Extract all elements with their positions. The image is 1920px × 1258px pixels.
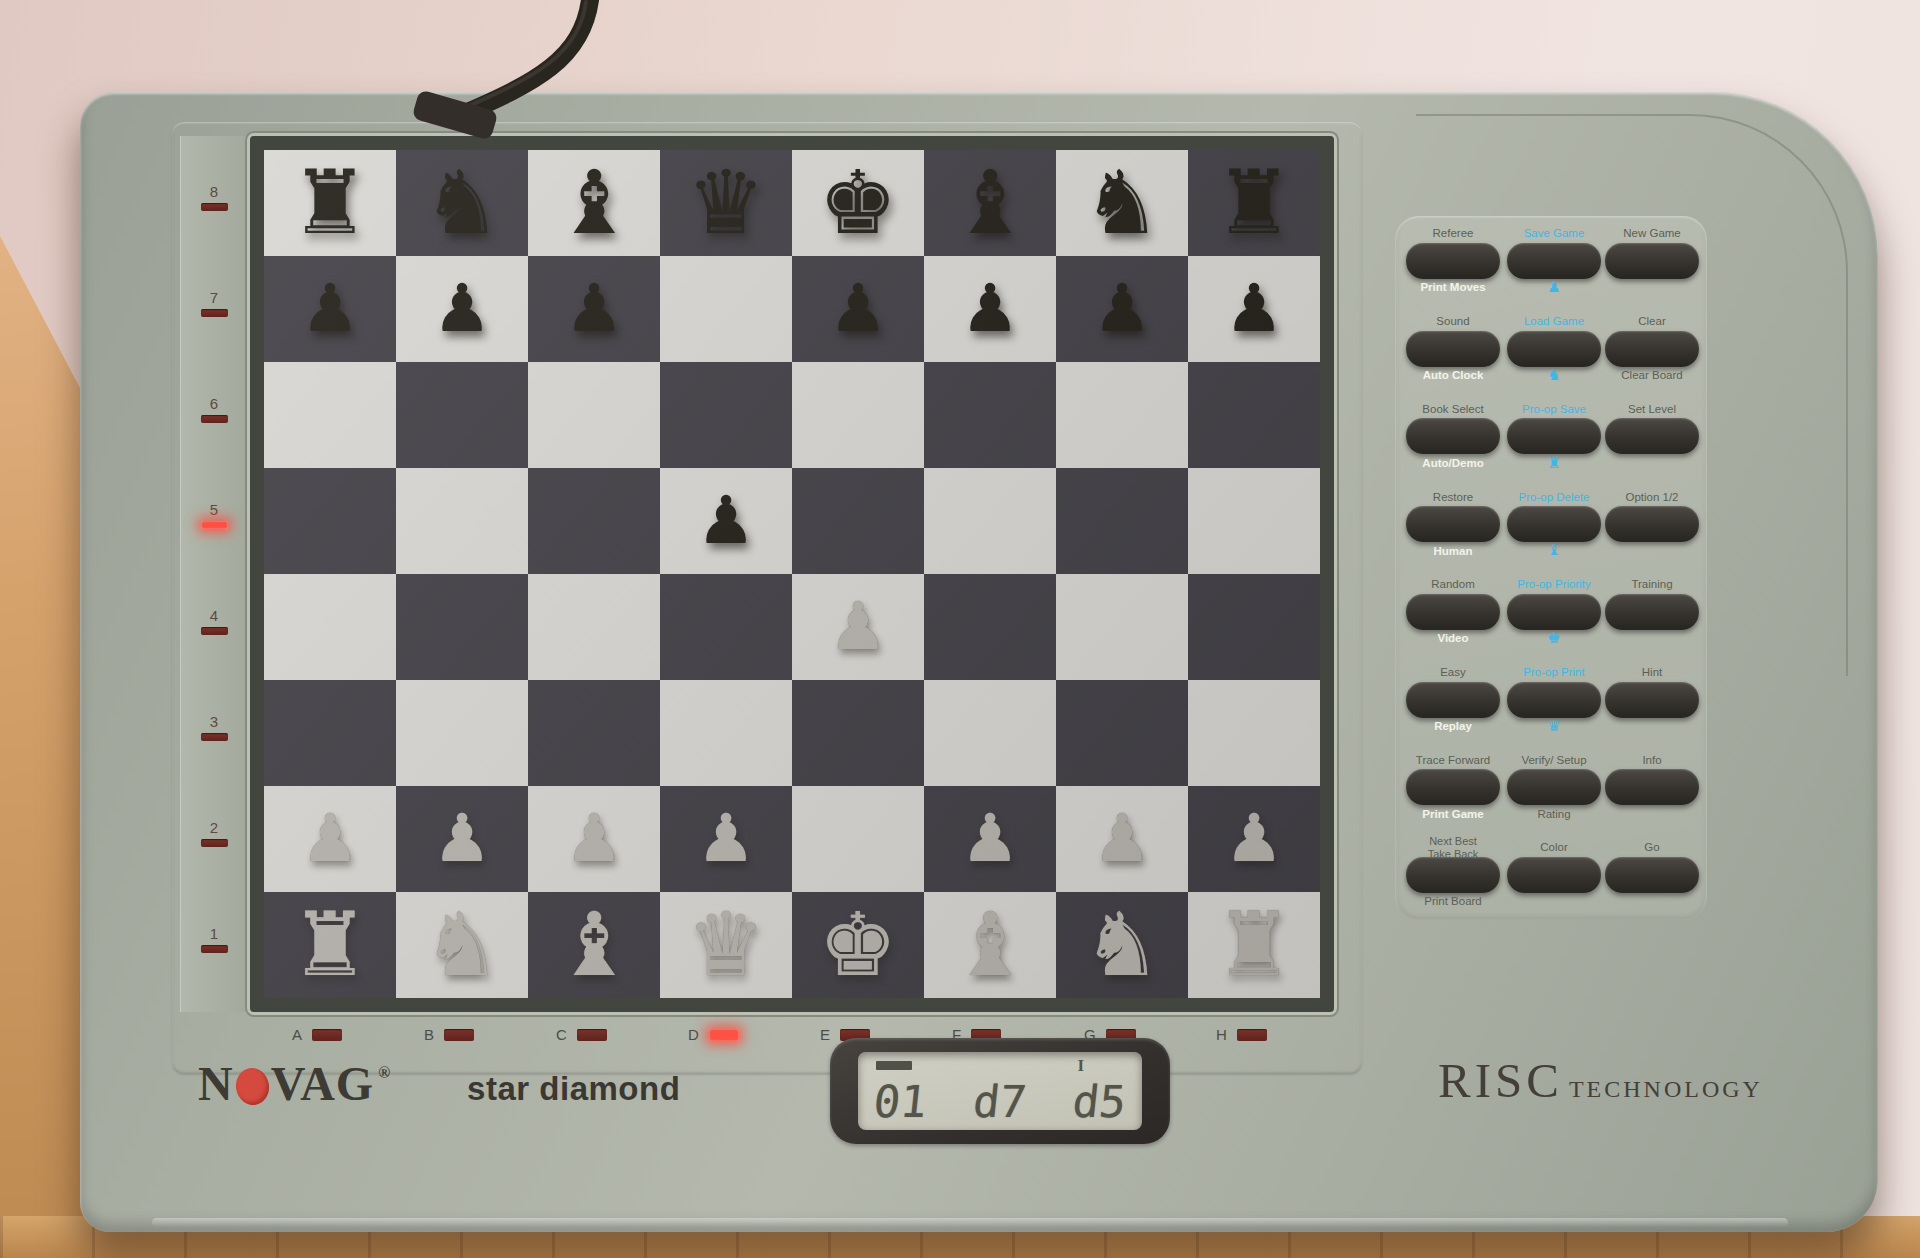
button-training[interactable] <box>1605 594 1699 630</box>
key-label-option-1-2: Option 1/2 <box>1603 491 1701 504</box>
file-marker-a: A <box>292 1026 372 1043</box>
black-pawn: ♟ <box>696 488 755 554</box>
power-cable <box>380 0 660 200</box>
white-bishop: ♝ <box>951 901 1030 989</box>
key-label-set-level: Set Level <box>1603 403 1701 416</box>
novag-red-o-icon <box>233 1065 272 1107</box>
button-set-level[interactable] <box>1605 418 1699 454</box>
chess-computer-console: 87654321 ♜♞♝♛♚♝♞♜♟♟♟♟♟♟♟♟♟♟♟♟♟♟♟♟♜♞♝♛♚♝♞… <box>80 92 1878 1232</box>
square-a4[interactable] <box>264 574 396 680</box>
background-wood-table-left <box>0 236 86 1258</box>
square-a8[interactable]: ♜ <box>264 150 396 256</box>
button-pro-op-print[interactable] <box>1507 682 1601 718</box>
square-b2[interactable]: ♟ <box>396 786 528 892</box>
rank-marker-5: 5 <box>181 501 247 543</box>
panel-row-8: Next Best Take BackColorGoPrint Board <box>1401 840 1701 910</box>
key-label-video: Video <box>1401 632 1505 645</box>
square-a1[interactable]: ♜ <box>264 892 396 998</box>
square-b3[interactable] <box>396 680 528 786</box>
technology-label: TECHNOLOGY <box>1569 1076 1763 1103</box>
black-bishop: ♝ <box>951 159 1030 247</box>
square-c1[interactable]: ♝ <box>528 892 660 998</box>
black-knight: ♞ <box>1083 159 1162 247</box>
key-label-rating: Rating <box>1505 808 1603 821</box>
lcd-to-square: d5 <box>1070 1076 1128 1127</box>
registered-mark: ® <box>378 1064 391 1082</box>
lcd-bezel: I 01 d7 d5 <box>830 1038 1170 1144</box>
model-name: star diamond <box>467 1070 680 1108</box>
square-g8[interactable]: ♞ <box>1056 150 1188 256</box>
square-d1[interactable]: ♛ <box>660 892 792 998</box>
file-marker-c: C <box>556 1026 636 1043</box>
square-c7[interactable]: ♟ <box>528 256 660 362</box>
lcd-turn-indicator: I <box>1077 1056 1084 1076</box>
key-label-easy: Easy <box>1401 666 1505 679</box>
square-a2[interactable]: ♟ <box>264 786 396 892</box>
white-pawn: ♟ <box>960 806 1019 872</box>
rank-label-5: 5 <box>210 501 218 518</box>
square-e6[interactable] <box>792 362 924 468</box>
white-queen: ♛ <box>687 901 766 989</box>
white-rook: ♜ <box>291 901 370 989</box>
file-label-d: D <box>688 1026 699 1043</box>
square-b7[interactable]: ♟ <box>396 256 528 362</box>
black-pawn: ♟ <box>564 276 623 342</box>
square-b4[interactable] <box>396 574 528 680</box>
file-label-h: H <box>1216 1026 1227 1043</box>
file-marker-h: H <box>1216 1026 1296 1043</box>
square-f2[interactable]: ♟ <box>924 786 1056 892</box>
white-pawn: ♟ <box>1224 806 1283 872</box>
key-label-hint: Hint <box>1603 666 1701 679</box>
panel-row-3: Book SelectPro-op SaveSet LevelAuto/Demo… <box>1401 401 1701 471</box>
white-knight: ♞ <box>423 901 502 989</box>
risc-logo: RISC <box>1438 1052 1563 1109</box>
square-h1[interactable]: ♜ <box>1188 892 1320 998</box>
lcd-screen: I 01 d7 d5 <box>858 1052 1142 1130</box>
black-king: ♚ <box>819 159 898 247</box>
scene: 87654321 ♜♞♝♛♚♝♞♜♟♟♟♟♟♟♟♟♟♟♟♟♟♟♟♟♜♞♝♛♚♝♞… <box>0 0 1920 1258</box>
button-next-best-take-back[interactable] <box>1406 857 1500 893</box>
file-label-e: E <box>820 1026 830 1043</box>
square-b1[interactable]: ♞ <box>396 892 528 998</box>
brand-right: RISC TECHNOLOGY <box>1438 1052 1763 1109</box>
square-f4[interactable] <box>924 574 1056 680</box>
panel-row-2: SoundLoad GameClearAuto Clock♞Clear Boar… <box>1401 314 1701 384</box>
novag-logo: NVAG ® <box>198 1056 391 1111</box>
square-f6[interactable] <box>924 362 1056 468</box>
novag-n: N <box>198 1056 234 1111</box>
button-random[interactable] <box>1406 594 1500 630</box>
file-led-a <box>312 1029 342 1041</box>
rank-led-4 <box>201 627 228 635</box>
black-pawn: ♟ <box>828 276 887 342</box>
key-label-new-game: New Game <box>1603 227 1701 240</box>
square-e3[interactable] <box>792 680 924 786</box>
rank-label-1: 1 <box>210 925 218 942</box>
rank-led-5 <box>201 521 228 529</box>
key-label-pro-op-priority: Pro-op Priority <box>1505 578 1603 591</box>
square-d5[interactable]: ♟ <box>660 468 792 574</box>
square-d7[interactable] <box>660 256 792 362</box>
lcd-move-number: 01 <box>871 1076 929 1127</box>
button-panel: RefereeSave GameNew GamePrint Moves♟Soun… <box>1395 216 1707 920</box>
rank-label-4: 4 <box>210 607 218 624</box>
button-clear[interactable] <box>1605 331 1699 367</box>
white-pawn: ♟ <box>432 806 491 872</box>
file-label-c: C <box>556 1026 567 1043</box>
key-label-random: Random <box>1401 578 1505 591</box>
button-book-select[interactable] <box>1406 418 1500 454</box>
square-a5[interactable] <box>264 468 396 574</box>
key-label-info: Info <box>1603 754 1701 767</box>
white-king: ♚ <box>819 901 898 989</box>
black-pawn: ♟ <box>300 276 359 342</box>
key-label-clear-board: Clear Board <box>1603 369 1701 382</box>
brand-left: NVAG ® star diamond <box>198 1056 680 1111</box>
pawn-icon: ♟ <box>1505 279 1603 296</box>
key-label-clear: Clear <box>1603 315 1701 328</box>
button-easy[interactable] <box>1406 682 1500 718</box>
button-trace-forward[interactable] <box>1406 769 1500 805</box>
square-f7[interactable]: ♟ <box>924 256 1056 362</box>
square-e5[interactable] <box>792 468 924 574</box>
key-label-load-game: Load Game <box>1505 315 1603 328</box>
novag-vag: VAG <box>271 1056 374 1111</box>
rank-led-7 <box>201 309 228 317</box>
rank-marker-4: 4 <box>181 607 247 649</box>
black-queen: ♛ <box>687 159 766 247</box>
square-h6[interactable] <box>1188 362 1320 468</box>
rank-marker-7: 7 <box>181 289 247 331</box>
square-g4[interactable] <box>1056 574 1188 680</box>
square-g3[interactable] <box>1056 680 1188 786</box>
panel-row-1: RefereeSave GameNew GamePrint Moves♟ <box>1401 226 1701 296</box>
square-h4[interactable] <box>1188 574 1320 680</box>
rank-label-3: 3 <box>210 713 218 730</box>
button-restore[interactable] <box>1406 506 1500 542</box>
lcd-from-square: d7 <box>971 1076 1029 1127</box>
square-e1[interactable]: ♚ <box>792 892 924 998</box>
button-info[interactable] <box>1605 769 1699 805</box>
file-marker-d: D <box>688 1026 768 1043</box>
rank-label-8: 8 <box>210 183 218 200</box>
button-sound[interactable] <box>1406 331 1500 367</box>
black-pawn: ♟ <box>1092 276 1151 342</box>
key-label-print-moves: Print Moves <box>1401 281 1505 294</box>
bishop-icon: ♝ <box>1505 542 1603 559</box>
key-label-pro-op-print: Pro-op Print <box>1505 666 1603 679</box>
square-c3[interactable] <box>528 680 660 786</box>
file-led-c <box>577 1029 607 1041</box>
rank-label-6: 6 <box>210 395 218 412</box>
white-pawn: ♟ <box>696 806 755 872</box>
file-label-a: A <box>292 1026 302 1043</box>
square-h2[interactable]: ♟ <box>1188 786 1320 892</box>
key-label-pro-op-save: Pro-op Save <box>1505 403 1603 416</box>
key-label-training: Training <box>1603 578 1701 591</box>
square-e7[interactable]: ♟ <box>792 256 924 362</box>
panel-row-6: EasyPro-op PrintHintReplay♛ <box>1401 665 1701 735</box>
square-h5[interactable] <box>1188 468 1320 574</box>
rank-led-2 <box>201 839 228 847</box>
rank-led-3 <box>201 733 228 741</box>
button-verify-setup[interactable] <box>1507 769 1601 805</box>
square-d8[interactable]: ♛ <box>660 150 792 256</box>
key-label-auto-demo: Auto/Demo <box>1401 457 1505 470</box>
white-rook: ♜ <box>1215 901 1294 989</box>
file-marker-b: B <box>424 1026 504 1043</box>
rank-marker-6: 6 <box>181 395 247 437</box>
file-led-d <box>709 1029 739 1041</box>
rank-led-1 <box>201 945 228 953</box>
square-a3[interactable] <box>264 680 396 786</box>
rank-led-6 <box>201 415 228 423</box>
square-f3[interactable] <box>924 680 1056 786</box>
button-pro-op-delete[interactable] <box>1507 506 1601 542</box>
button-color[interactable] <box>1507 857 1601 893</box>
knight-icon: ♞ <box>1505 367 1603 384</box>
square-e8[interactable]: ♚ <box>792 150 924 256</box>
panel-row-7: Trace ForwardVerify/ SetupInfoPrint Game… <box>1401 752 1701 822</box>
square-f5[interactable] <box>924 468 1056 574</box>
white-bishop: ♝ <box>555 901 634 989</box>
square-g1[interactable]: ♞ <box>1056 892 1188 998</box>
square-b5[interactable] <box>396 468 528 574</box>
square-e4[interactable]: ♟ <box>792 574 924 680</box>
square-h8[interactable]: ♜ <box>1188 150 1320 256</box>
rank-marker-8: 8 <box>181 183 247 225</box>
lcd-annunciator-bar <box>876 1061 912 1070</box>
white-knight: ♞ <box>1083 901 1162 989</box>
button-new-game[interactable] <box>1605 243 1699 279</box>
white-pawn: ♟ <box>828 594 887 660</box>
square-d4[interactable] <box>660 574 792 680</box>
key-label-print-game: Print Game <box>1401 808 1505 821</box>
key-label-trace-forward: Trace Forward <box>1401 754 1505 767</box>
square-f1[interactable]: ♝ <box>924 892 1056 998</box>
button-save-game[interactable] <box>1507 243 1601 279</box>
key-label-go: Go <box>1603 841 1701 854</box>
rank-label-2: 2 <box>210 819 218 836</box>
square-c4[interactable] <box>528 574 660 680</box>
square-d3[interactable] <box>660 680 792 786</box>
key-label-verify-setup: Verify/ Setup <box>1505 754 1603 767</box>
queen-icon: ♛ <box>1505 718 1603 735</box>
button-option-1-2[interactable] <box>1605 506 1699 542</box>
rook-icon: ♜ <box>1505 455 1603 472</box>
king-icon: ♚ <box>1505 630 1603 647</box>
rank-marker-1: 1 <box>181 925 247 967</box>
square-g2[interactable]: ♟ <box>1056 786 1188 892</box>
square-c6[interactable] <box>528 362 660 468</box>
key-label-pro-op-delete: Pro-op Delete <box>1505 491 1603 504</box>
rank-marker-3: 3 <box>181 713 247 755</box>
rank-rail: 87654321 <box>180 136 248 1012</box>
black-pawn: ♟ <box>432 276 491 342</box>
black-rook: ♜ <box>1215 159 1294 247</box>
square-c5[interactable] <box>528 468 660 574</box>
square-e2[interactable] <box>792 786 924 892</box>
square-c2[interactable]: ♟ <box>528 786 660 892</box>
key-label-replay: Replay <box>1401 720 1505 733</box>
square-g7[interactable]: ♟ <box>1056 256 1188 362</box>
button-pro-op-save[interactable] <box>1507 418 1601 454</box>
key-label-referee: Referee <box>1401 227 1505 240</box>
square-h3[interactable] <box>1188 680 1320 786</box>
square-d2[interactable]: ♟ <box>660 786 792 892</box>
lcd-move-display: 01 d7 d5 <box>871 1076 1128 1127</box>
rank-marker-2: 2 <box>181 819 247 861</box>
board-frame: ♜♞♝♛♚♝♞♜♟♟♟♟♟♟♟♟♟♟♟♟♟♟♟♟♜♞♝♛♚♝♞♜ <box>250 136 1334 1012</box>
square-b6[interactable] <box>396 362 528 468</box>
black-pawn: ♟ <box>960 276 1019 342</box>
button-pro-op-priority[interactable] <box>1507 594 1601 630</box>
button-hint[interactable] <box>1605 682 1699 718</box>
square-d6[interactable] <box>660 362 792 468</box>
square-g6[interactable] <box>1056 362 1188 468</box>
white-pawn: ♟ <box>564 806 623 872</box>
file-label-b: B <box>424 1026 434 1043</box>
square-f8[interactable]: ♝ <box>924 150 1056 256</box>
file-led-b <box>444 1029 474 1041</box>
key-label-auto-clock: Auto Clock <box>1401 369 1505 382</box>
button-load-game[interactable] <box>1507 331 1601 367</box>
black-pawn: ♟ <box>1224 276 1283 342</box>
key-label-restore: Restore <box>1401 491 1505 504</box>
white-pawn: ♟ <box>1092 806 1151 872</box>
key-label-save-game: Save Game <box>1505 227 1603 240</box>
square-g5[interactable] <box>1056 468 1188 574</box>
button-referee[interactable] <box>1406 243 1500 279</box>
key-label-print-board: Print Board <box>1401 895 1505 908</box>
button-go[interactable] <box>1605 857 1699 893</box>
key-label-sound: Sound <box>1401 315 1505 328</box>
key-label-book-select: Book Select <box>1401 403 1505 416</box>
square-a7[interactable]: ♟ <box>264 256 396 362</box>
panel-row-5: RandomPro-op PriorityTrainingVideo♚ <box>1401 577 1701 647</box>
rank-label-7: 7 <box>210 289 218 306</box>
key-label-human: Human <box>1401 545 1505 558</box>
square-a6[interactable] <box>264 362 396 468</box>
rank-led-8 <box>201 203 228 211</box>
square-h7[interactable]: ♟ <box>1188 256 1320 362</box>
board: ♜♞♝♛♚♝♞♜♟♟♟♟♟♟♟♟♟♟♟♟♟♟♟♟♜♞♝♛♚♝♞♜ <box>264 150 1320 998</box>
key-label-color: Color <box>1505 841 1603 854</box>
black-rook: ♜ <box>291 159 370 247</box>
panel-row-4: RestorePro-op DeleteOption 1/2Human♝ <box>1401 489 1701 559</box>
file-led-h <box>1237 1029 1267 1041</box>
white-pawn: ♟ <box>300 806 359 872</box>
